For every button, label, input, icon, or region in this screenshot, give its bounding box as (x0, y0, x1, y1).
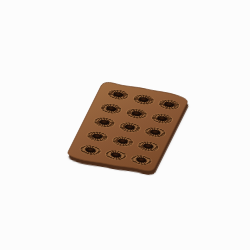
cavity-hole (117, 138, 129, 144)
cavity-hole (149, 129, 161, 135)
cavity-hole (124, 124, 136, 130)
cavity-hole (91, 133, 103, 139)
cavity-hole (131, 110, 143, 116)
chocolate-mould (65, 80, 190, 174)
cavity-hole (105, 105, 117, 111)
product-photo: Brown silicone chocolate mould with 15 f… (0, 0, 250, 250)
cavity-hole (163, 101, 175, 107)
cavity-hole (156, 115, 168, 121)
cavity-hole (142, 143, 154, 149)
cavity-hole (135, 157, 147, 163)
cavity-hole (85, 147, 97, 153)
cavity-hole (112, 92, 124, 98)
cavity-hole (138, 96, 150, 102)
cavity-hole (98, 119, 110, 125)
cavity-hole (110, 152, 122, 158)
